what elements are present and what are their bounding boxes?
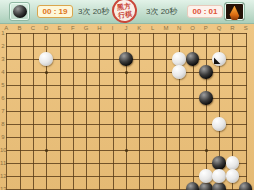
row-label: 1 — [0, 29, 6, 37]
white-stone — [172, 52, 186, 66]
column-label: E — [54, 24, 66, 32]
row-label: 13 — [0, 185, 6, 190]
grid-hline — [6, 124, 246, 125]
black-stone-icon — [13, 5, 27, 18]
grid-hline — [6, 46, 246, 47]
grid-hline — [6, 33, 246, 34]
star-point — [45, 149, 48, 152]
column-label: H — [93, 24, 105, 32]
black-stone — [199, 65, 213, 79]
black-stone — [119, 52, 133, 66]
row-label: 8 — [0, 120, 6, 128]
row-label: 12 — [0, 172, 6, 180]
column-label: O — [187, 24, 199, 32]
row-label: 11 — [0, 159, 6, 167]
column-label: B — [14, 24, 26, 32]
grid-hline — [6, 111, 246, 112]
column-label: I — [107, 24, 119, 32]
column-label: P — [200, 24, 212, 32]
turn-indicator-seal: 黑方 行棋 — [110, 0, 138, 25]
grid-hline — [6, 85, 246, 86]
black-timer: 00 : 19 — [37, 5, 73, 18]
go-board[interactable]: ABCDEFGHIJKLMNOPQRS12345678910111213 — [0, 24, 254, 190]
column-label: Q — [213, 24, 225, 32]
column-label: C — [27, 24, 39, 32]
white-stone — [172, 65, 186, 79]
last-move-marker — [214, 56, 222, 64]
star-point — [205, 149, 208, 152]
black-stone — [199, 182, 213, 190]
star-point — [125, 149, 128, 152]
star-point — [45, 71, 48, 74]
column-label: S — [240, 24, 252, 32]
column-label: N — [173, 24, 185, 32]
column-label: L — [147, 24, 159, 32]
column-label: M — [160, 24, 172, 32]
black-stone — [212, 182, 226, 190]
column-label: R — [226, 24, 238, 32]
black-stone — [186, 52, 200, 66]
white-stone — [212, 117, 226, 131]
black-stone — [239, 182, 253, 190]
column-label: K — [133, 24, 145, 32]
column-label: G — [80, 24, 92, 32]
row-label: 6 — [0, 94, 6, 102]
white-timer: 00 : 01 — [187, 5, 223, 18]
grid-hline — [6, 163, 246, 164]
row-label: 9 — [0, 133, 6, 141]
white-player-avatar[interactable] — [224, 2, 245, 21]
column-label: J — [120, 24, 132, 32]
black-player-avatar[interactable] — [9, 2, 30, 21]
white-stone — [212, 169, 226, 183]
row-label: 10 — [0, 146, 6, 154]
white-stone — [199, 169, 213, 183]
black-byoyomi-label: 3次 20秒 — [78, 6, 110, 17]
row-label: 4 — [0, 68, 6, 76]
flame-icon — [229, 6, 241, 21]
white-stone — [226, 169, 240, 183]
seal-text-line2: 行棋 — [118, 10, 133, 20]
white-byoyomi-label: 3次 20秒 — [146, 6, 178, 17]
row-label: 5 — [0, 81, 6, 89]
row-label: 7 — [0, 107, 6, 115]
game-info-bar: 00 : 19 3次 20秒 黑方 行棋 3次 20秒 00 : 01 — [0, 0, 254, 24]
column-label: D — [40, 24, 52, 32]
go-game-screen: 00 : 19 3次 20秒 黑方 行棋 3次 20秒 00 : 01 ABCD… — [0, 0, 254, 190]
white-stone — [226, 156, 240, 170]
black-stone — [212, 156, 226, 170]
grid-hline — [6, 137, 246, 138]
white-stone — [39, 52, 53, 66]
black-stone — [199, 91, 213, 105]
row-label: 3 — [0, 55, 6, 63]
white-stone — [212, 52, 226, 66]
column-label: F — [67, 24, 79, 32]
star-point — [125, 71, 128, 74]
black-stone — [186, 182, 200, 190]
row-label: 2 — [0, 42, 6, 50]
